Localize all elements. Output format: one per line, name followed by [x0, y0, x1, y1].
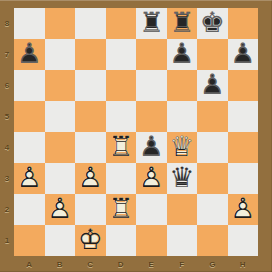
square-a2[interactable]: [14, 194, 45, 225]
square-e8[interactable]: ♜♖: [136, 8, 167, 39]
rank-labels: 87654321: [0, 8, 14, 256]
square-d4[interactable]: ♜♖: [106, 132, 137, 163]
black-pawn-icon: ♟♙: [167, 39, 198, 70]
square-b2[interactable]: ♟♙: [45, 194, 76, 225]
square-h3[interactable]: [228, 163, 259, 194]
white-king-icon: ♚♔: [75, 225, 106, 256]
square-b3[interactable]: [45, 163, 76, 194]
square-b1[interactable]: [45, 225, 76, 256]
file-label-d: D: [106, 256, 137, 272]
square-c4[interactable]: [75, 132, 106, 163]
square-d6[interactable]: [106, 70, 137, 101]
white-rook-icon: ♜♖: [106, 132, 137, 163]
rank-label-6: 6: [0, 70, 14, 101]
square-e1[interactable]: [136, 225, 167, 256]
black-king-icon: ♚♔: [197, 8, 228, 39]
square-h6[interactable]: [228, 70, 259, 101]
square-c8[interactable]: [75, 8, 106, 39]
square-a4[interactable]: [14, 132, 45, 163]
square-e6[interactable]: [136, 70, 167, 101]
black-pawn-icon: ♟♙: [14, 39, 45, 70]
square-h4[interactable]: [228, 132, 259, 163]
chess-board-frame: 87654321 ♜♖♜♖♚♔♟♙♟♙♟♙♟♙♜♖♟♙♛♕♟♙♟♙♟♙♛♕♟♙♜…: [0, 0, 272, 272]
square-e7[interactable]: [136, 39, 167, 70]
rank-label-4: 4: [0, 132, 14, 163]
square-c6[interactable]: [75, 70, 106, 101]
square-b6[interactable]: [45, 70, 76, 101]
square-d7[interactable]: [106, 39, 137, 70]
file-label-a: A: [14, 256, 45, 272]
square-d8[interactable]: [106, 8, 137, 39]
square-g5[interactable]: [197, 101, 228, 132]
file-label-c: C: [75, 256, 106, 272]
square-e5[interactable]: [136, 101, 167, 132]
white-queen-icon: ♛♕: [167, 132, 198, 163]
square-g2[interactable]: [197, 194, 228, 225]
square-g7[interactable]: [197, 39, 228, 70]
square-b7[interactable]: [45, 39, 76, 70]
rank-label-1: 1: [0, 225, 14, 256]
square-a1[interactable]: [14, 225, 45, 256]
square-g3[interactable]: [197, 163, 228, 194]
square-b4[interactable]: [45, 132, 76, 163]
white-rook-icon: ♜♖: [106, 194, 137, 225]
square-d5[interactable]: [106, 101, 137, 132]
white-pawn-icon: ♟♙: [45, 194, 76, 225]
square-d3[interactable]: [106, 163, 137, 194]
white-pawn-icon: ♟♙: [75, 163, 106, 194]
square-h1[interactable]: [228, 225, 259, 256]
square-e4[interactable]: ♟♙: [136, 132, 167, 163]
square-b5[interactable]: [45, 101, 76, 132]
square-c1[interactable]: ♚♔: [75, 225, 106, 256]
square-c2[interactable]: [75, 194, 106, 225]
square-f7[interactable]: ♟♙: [167, 39, 198, 70]
square-a5[interactable]: [14, 101, 45, 132]
square-c5[interactable]: [75, 101, 106, 132]
square-d2[interactable]: ♜♖: [106, 194, 137, 225]
file-labels: ABCDEFGH: [14, 256, 258, 272]
square-e3[interactable]: ♟♙: [136, 163, 167, 194]
black-rook-icon: ♜♖: [167, 8, 198, 39]
black-rook-icon: ♜♖: [136, 8, 167, 39]
square-f6[interactable]: [167, 70, 198, 101]
white-pawn-icon: ♟♙: [136, 163, 167, 194]
square-f5[interactable]: [167, 101, 198, 132]
square-h5[interactable]: [228, 101, 259, 132]
square-f8[interactable]: ♜♖: [167, 8, 198, 39]
black-queen-icon: ♛♕: [167, 163, 198, 194]
square-g4[interactable]: [197, 132, 228, 163]
square-a7[interactable]: ♟♙: [14, 39, 45, 70]
rank-label-5: 5: [0, 101, 14, 132]
square-h8[interactable]: [228, 8, 259, 39]
black-pawn-icon: ♟♙: [136, 132, 167, 163]
square-c7[interactable]: [75, 39, 106, 70]
square-f4[interactable]: ♛♕: [167, 132, 198, 163]
file-label-g: G: [197, 256, 228, 272]
file-label-b: B: [45, 256, 76, 272]
square-f3[interactable]: ♛♕: [167, 163, 198, 194]
square-a8[interactable]: [14, 8, 45, 39]
square-g8[interactable]: ♚♔: [197, 8, 228, 39]
rank-label-3: 3: [0, 163, 14, 194]
square-g1[interactable]: [197, 225, 228, 256]
square-f2[interactable]: [167, 194, 198, 225]
white-pawn-icon: ♟♙: [14, 163, 45, 194]
square-a3[interactable]: ♟♙: [14, 163, 45, 194]
black-pawn-icon: ♟♙: [228, 39, 259, 70]
square-h2[interactable]: ♟♙: [228, 194, 259, 225]
square-a6[interactable]: [14, 70, 45, 101]
square-h7[interactable]: ♟♙: [228, 39, 259, 70]
rank-label-8: 8: [0, 8, 14, 39]
file-label-h: H: [228, 256, 259, 272]
square-c3[interactable]: ♟♙: [75, 163, 106, 194]
rank-label-7: 7: [0, 39, 14, 70]
square-d1[interactable]: [106, 225, 137, 256]
black-pawn-icon: ♟♙: [197, 70, 228, 101]
square-b8[interactable]: [45, 8, 76, 39]
square-e2[interactable]: [136, 194, 167, 225]
white-pawn-icon: ♟♙: [228, 194, 259, 225]
square-f1[interactable]: [167, 225, 198, 256]
square-g6[interactable]: ♟♙: [197, 70, 228, 101]
file-label-f: F: [167, 256, 198, 272]
chess-board: ♜♖♜♖♚♔♟♙♟♙♟♙♟♙♜♖♟♙♛♕♟♙♟♙♟♙♛♕♟♙♜♖♟♙♚♔: [14, 8, 258, 256]
rank-label-2: 2: [0, 194, 14, 225]
file-label-e: E: [136, 256, 167, 272]
